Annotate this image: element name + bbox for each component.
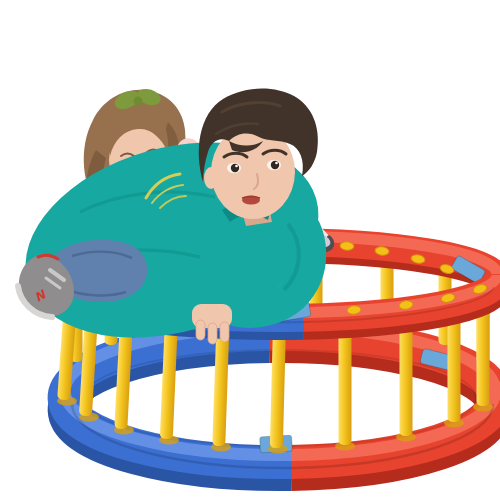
- girl-hair-bow-knot: [134, 97, 143, 106]
- product-photo: N: [0, 0, 500, 500]
- photo-canvas: N: [0, 0, 500, 500]
- boy-eye-glint: [235, 165, 238, 168]
- boy-eye-glint: [275, 162, 278, 165]
- boy-finger: [196, 320, 205, 340]
- boy-eye: [231, 164, 239, 172]
- boy-eye: [271, 161, 279, 169]
- boy-finger: [208, 323, 217, 344]
- boy-finger: [220, 322, 229, 342]
